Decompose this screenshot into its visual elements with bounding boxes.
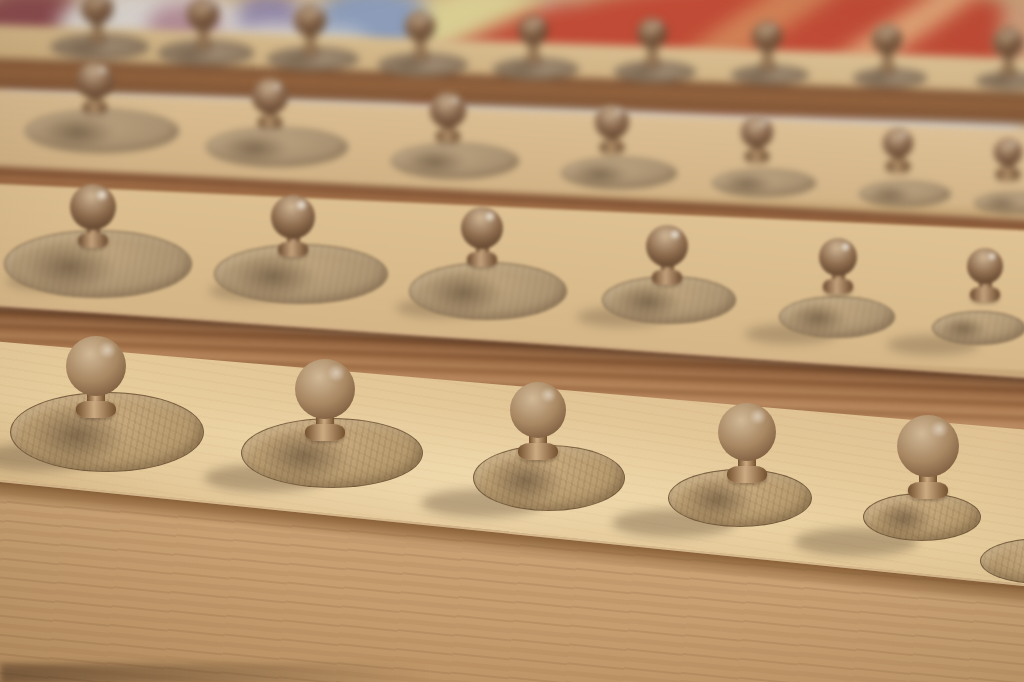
ball-highlight: [326, 365, 346, 381]
knob-ball: [897, 415, 959, 477]
ball-highlight: [97, 342, 117, 358]
knob-collar: [727, 466, 767, 483]
knob-collar: [908, 482, 948, 499]
knob-shadow: [488, 455, 563, 506]
knob-collar: [518, 443, 558, 460]
knob-ball: [295, 359, 355, 419]
knob-ball: [510, 382, 566, 438]
knob-ball: [66, 336, 126, 396]
ball-highlight: [748, 409, 768, 424]
knob-collar: [305, 424, 345, 441]
knob-collar: [76, 401, 116, 418]
table-edge-shadow: [0, 664, 430, 682]
knob-shadow: [682, 477, 753, 522]
ball-highlight: [929, 421, 950, 437]
row-front-layer: [0, 0, 1024, 682]
photo-montessori-cylinder-blocks: [0, 0, 1024, 682]
knob-ball: [718, 403, 776, 461]
knob-shadow: [875, 500, 933, 537]
ball-highlight: [539, 388, 558, 403]
